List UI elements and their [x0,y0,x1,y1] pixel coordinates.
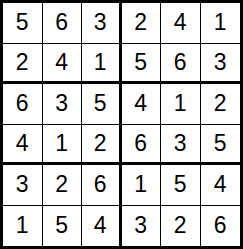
cell-digit: 4 [55,51,68,74]
cell-r5c2[interactable]: 2 [43,165,83,206]
cell-r5c5[interactable]: 5 [161,165,201,206]
cell-r3c6[interactable]: 2 [201,84,241,125]
cell-r5c6[interactable]: 4 [201,165,241,206]
cell-digit: 1 [16,214,29,237]
cell-digit: 6 [174,51,187,74]
cell-r5c3[interactable]: 6 [82,165,122,206]
cell-digit: 4 [16,132,29,155]
cell-r1c4[interactable]: 2 [122,3,162,44]
cell-digit: 1 [55,132,68,155]
cell-digit: 4 [174,11,187,34]
cell-digit: 5 [134,51,147,74]
cell-digit: 3 [174,132,187,155]
cell-r2c1[interactable]: 2 [3,44,43,85]
cell-r4c4[interactable]: 6 [122,125,162,166]
cell-digit: 3 [16,173,29,196]
cell-digit: 5 [174,173,187,196]
cell-r3c4[interactable]: 4 [122,84,162,125]
cell-r6c5[interactable]: 2 [161,206,201,247]
cell-r4c3[interactable]: 2 [82,125,122,166]
cell-digit: 1 [174,92,187,115]
cell-r4c2[interactable]: 1 [43,125,83,166]
cell-digit: 3 [55,92,68,115]
cell-r6c2[interactable]: 5 [43,206,83,247]
cell-digit: 6 [94,173,107,196]
cell-r5c4[interactable]: 1 [122,165,162,206]
cell-digit: 6 [134,132,147,155]
cell-digit: 2 [55,173,68,196]
cell-r2c2[interactable]: 4 [43,44,83,85]
cell-r4c5[interactable]: 3 [161,125,201,166]
cell-r6c3[interactable]: 4 [82,206,122,247]
cell-digit: 2 [94,132,107,155]
cell-digit: 6 [55,11,68,34]
cell-r1c1[interactable]: 5 [3,3,43,44]
cell-digit: 5 [214,132,227,155]
cell-digit: 3 [134,214,147,237]
cell-r6c4[interactable]: 3 [122,206,162,247]
cell-digit: 5 [55,214,68,237]
cell-r5c1[interactable]: 3 [3,165,43,206]
cell-r4c1[interactable]: 4 [3,125,43,166]
cell-digit: 2 [174,214,187,237]
cell-digit: 4 [134,92,147,115]
cell-r1c2[interactable]: 6 [43,3,83,44]
cell-digit: 3 [94,11,107,34]
cell-digit: 6 [16,92,29,115]
cell-digit: 1 [214,11,227,34]
cell-digit: 2 [134,11,147,34]
cell-digit: 2 [16,51,29,74]
sudoku-board: 563241241563635412412635326154154326 [0,0,243,249]
cell-r6c1[interactable]: 1 [3,206,43,247]
cell-r2c3[interactable]: 1 [82,44,122,85]
cell-digit: 1 [134,173,147,196]
cell-r1c6[interactable]: 1 [201,3,241,44]
cell-r2c6[interactable]: 3 [201,44,241,85]
cell-digit: 5 [94,92,107,115]
cell-r4c6[interactable]: 5 [201,125,241,166]
cell-r2c4[interactable]: 5 [122,44,162,85]
cell-digit: 5 [16,11,29,34]
cell-r1c5[interactable]: 4 [161,3,201,44]
cell-r3c1[interactable]: 6 [3,84,43,125]
cell-digit: 3 [214,51,227,74]
cell-r3c2[interactable]: 3 [43,84,83,125]
cell-digit: 1 [94,51,107,74]
cell-r3c3[interactable]: 5 [82,84,122,125]
cell-digit: 2 [214,92,227,115]
cell-r3c5[interactable]: 1 [161,84,201,125]
cell-digit: 4 [214,173,227,196]
cell-r6c6[interactable]: 6 [201,206,241,247]
cell-r1c3[interactable]: 3 [82,3,122,44]
cell-digit: 6 [214,214,227,237]
cell-r2c5[interactable]: 6 [161,44,201,85]
cell-digit: 4 [94,214,107,237]
